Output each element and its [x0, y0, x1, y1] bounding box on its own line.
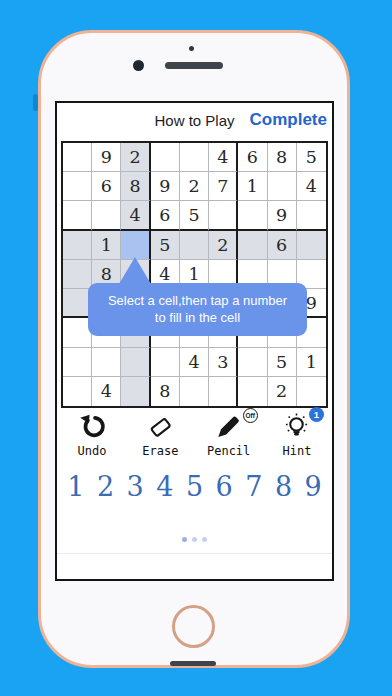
sudoku-cell-r4c8[interactable]: 6 [268, 231, 297, 260]
sudoku-cell-r1c2[interactable]: 9 [92, 143, 121, 172]
sudoku-cell-r9c8[interactable]: 2 [268, 377, 297, 406]
tooltip-line2: to fill in the cell [88, 309, 307, 326]
sudoku-cell-r8c2[interactable] [92, 348, 121, 377]
numpad-1[interactable]: 1 [61, 467, 91, 505]
sudoku-cell-r4c7[interactable] [238, 231, 267, 260]
sudoku-cell-r9c6[interactable] [209, 377, 238, 406]
tutorial-tooltip: Select a cell,then tap a number to fill … [88, 283, 307, 336]
sudoku-cell-r3c5[interactable]: 5 [180, 201, 209, 230]
numpad-7[interactable]: 7 [239, 467, 269, 505]
sudoku-cell-r4c1[interactable] [63, 231, 92, 260]
numpad-4[interactable]: 4 [150, 467, 180, 505]
sudoku-cell-r8c4[interactable] [151, 348, 180, 377]
sudoku-cell-r3c6[interactable] [209, 201, 238, 230]
undo-button[interactable]: Undo [61, 413, 123, 458]
sudoku-cell-r8c5[interactable]: 4 [180, 348, 209, 377]
sudoku-cell-r3c2[interactable] [92, 201, 121, 230]
sudoku-cell-r4c6[interactable]: 2 [209, 231, 238, 260]
numpad-8[interactable]: 8 [269, 467, 299, 505]
sudoku-cell-r9c1[interactable] [63, 377, 92, 406]
sudoku-cell-r3c1[interactable] [63, 201, 92, 230]
sudoku-cell-r9c4[interactable]: 8 [151, 377, 180, 406]
speaker-slit [165, 62, 223, 69]
sudoku-cell-r1c8[interactable]: 8 [268, 143, 297, 172]
sudoku-cell-r8c3[interactable] [121, 348, 150, 377]
sudoku-cell-r4c4[interactable]: 5 [151, 231, 180, 260]
sudoku-cell-r3c7[interactable] [238, 201, 267, 230]
hint-label: Hint [283, 444, 312, 458]
numpad-9[interactable]: 9 [298, 467, 328, 505]
sudoku-cell-r2c4[interactable]: 9 [151, 172, 180, 201]
sudoku-cell-r4c9[interactable] [297, 231, 326, 260]
pencil-off-badge: Off [243, 408, 258, 423]
sudoku-cell-r9c2[interactable]: 4 [92, 377, 121, 406]
undo-icon [79, 413, 106, 440]
sudoku-cell-r8c6[interactable]: 3 [209, 348, 238, 377]
numpad-3[interactable]: 3 [120, 467, 150, 505]
sudoku-cell-r2c6[interactable]: 7 [209, 172, 238, 201]
page-dot-3 [202, 537, 207, 542]
number-pad: 123456789 [61, 467, 328, 505]
eraser-icon [147, 413, 174, 440]
sudoku-cell-r4c5[interactable] [180, 231, 209, 260]
home-button [172, 605, 215, 648]
undo-label: Undo [78, 444, 107, 458]
sudoku-cell-r9c5[interactable] [180, 377, 209, 406]
app-screenshot: How to Play Complete 9246856892714465915… [55, 101, 334, 581]
sudoku-cell-r9c7[interactable] [238, 377, 267, 406]
pencil-label: Pencil [207, 444, 250, 458]
sudoku-cell-r1c4[interactable] [151, 143, 180, 172]
sudoku-cell-r9c3[interactable] [121, 377, 150, 406]
sudoku-cell-r2c9[interactable]: 4 [297, 172, 326, 201]
sudoku-cell-r1c1[interactable] [63, 143, 92, 172]
erase-label: Erase [142, 444, 178, 458]
page-dot-2 [192, 537, 197, 542]
tooltip-arrow [119, 257, 151, 284]
sudoku-cell-r9c9[interactable] [297, 377, 326, 406]
sudoku-cell-r3c3[interactable]: 4 [121, 201, 150, 230]
sudoku-cell-r1c7[interactable]: 6 [238, 143, 267, 172]
sudoku-cell-r2c2[interactable]: 6 [92, 172, 121, 201]
page-dot-1 [182, 537, 187, 542]
sudoku-cell-r8c1[interactable] [63, 348, 92, 377]
sudoku-cell-r2c5[interactable]: 2 [180, 172, 209, 201]
sudoku-cell-r8c8[interactable]: 5 [268, 348, 297, 377]
sudoku-cell-r4c3[interactable] [121, 231, 150, 260]
tooltip-line1: Select a cell,then tap a number [88, 292, 307, 309]
page-indicator [57, 537, 332, 542]
pencil-icon [215, 413, 242, 440]
sudoku-cell-r3c4[interactable]: 6 [151, 201, 180, 230]
sudoku-cell-r2c8[interactable] [268, 172, 297, 201]
complete-button[interactable]: Complete [250, 110, 327, 130]
pencil-button[interactable]: Off Pencil [198, 413, 260, 458]
sudoku-cell-r1c3[interactable]: 2 [121, 143, 150, 172]
toolbar: Undo Erase Off Pencil [61, 413, 328, 458]
numpad-6[interactable]: 6 [209, 467, 239, 505]
front-camera [133, 60, 144, 71]
erase-button[interactable]: Erase [129, 413, 191, 458]
sensor-dot [189, 46, 194, 51]
numpad-2[interactable]: 2 [91, 467, 121, 505]
sudoku-grid: 92468568927144659152684194351482 [61, 141, 328, 408]
background: How to Play Complete 9246856892714465915… [0, 0, 392, 696]
sudoku-cell-r2c3[interactable]: 8 [121, 172, 150, 201]
lightbulb-icon [283, 413, 310, 440]
hint-button[interactable]: 1 Hint [266, 413, 328, 458]
hint-count-badge: 1 [309, 407, 324, 422]
sudoku-cell-r8c7[interactable] [238, 348, 267, 377]
bottom-slit [170, 661, 216, 666]
sudoku-cell-r1c9[interactable]: 5 [297, 143, 326, 172]
sudoku-cell-r5c1[interactable] [63, 260, 92, 289]
footer-divider [57, 553, 332, 554]
sudoku-cell-r2c7[interactable]: 1 [238, 172, 267, 201]
sudoku-cell-r4c2[interactable]: 1 [92, 231, 121, 260]
numpad-5[interactable]: 5 [180, 467, 210, 505]
sudoku-cell-r3c8[interactable]: 9 [268, 201, 297, 230]
sudoku-cell-r1c6[interactable]: 4 [209, 143, 238, 172]
sudoku-cell-r1c5[interactable] [180, 143, 209, 172]
sudoku-cell-r8c9[interactable]: 1 [297, 348, 326, 377]
sudoku-cell-r3c9[interactable] [297, 201, 326, 230]
sudoku-cell-r2c1[interactable] [63, 172, 92, 201]
